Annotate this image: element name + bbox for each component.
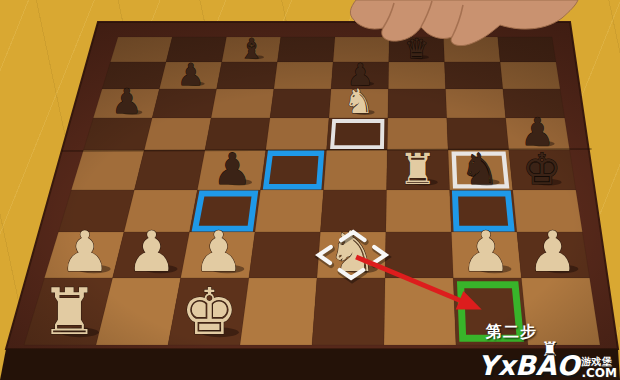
piece-white-R-a1[interactable]: ♜ [41,275,98,349]
square-d2[interactable] [249,232,321,278]
square-h7[interactable] [500,62,560,89]
piece-black-B-c8[interactable]: ♝ [239,33,263,64]
square-a5[interactable] [84,118,153,150]
chess-tutorial-screenshot: ♝♛♟♟♟♞♟♟♜♞♚♟♟♟♞♟♟♜♚ 第二步 ♜ YxBAO 游戏堡 .COM [0,0,620,380]
square-d7[interactable] [274,62,333,89]
square-a8[interactable] [110,37,172,62]
piece-white-P-b2[interactable]: ♟ [127,219,177,284]
piece-white-P-g2[interactable]: ♟ [461,219,511,284]
square-b5[interactable] [144,118,211,150]
square-e4[interactable] [324,150,388,190]
piece-black-P-c4[interactable]: ♟ [213,144,252,194]
square-b6[interactable] [152,89,216,118]
piece-white-N-e2[interactable]: ♞ [327,219,377,284]
piece-black-Q-f8[interactable]: ♛ [404,33,428,64]
watermark-brand: YxBAO [478,352,579,379]
piece-white-N-e6[interactable]: ♞ [344,81,374,121]
square-a4[interactable] [71,150,144,190]
square-c6[interactable] [211,89,274,118]
square-g6[interactable] [446,89,506,118]
watermark-domain: .COM [581,367,617,379]
square-e1[interactable] [312,278,385,345]
square-d8[interactable] [277,37,335,62]
square-f1[interactable] [384,278,456,345]
piece-black-P-a6[interactable]: ♟ [111,81,141,121]
piece-black-K-h4[interactable]: ♚ [523,144,562,194]
square-d6[interactable] [270,89,331,118]
piece-white-K-c1[interactable]: ♚ [181,275,238,349]
piece-white-P-h2[interactable]: ♟ [527,219,577,284]
square-c7[interactable] [217,62,278,89]
square-f7[interactable] [388,62,445,89]
piece-black-P-b7[interactable]: ♟ [178,57,205,92]
piece-black-N-g4[interactable]: ♞ [461,144,500,194]
square-d5[interactable] [266,118,329,150]
piece-white-P-a2[interactable]: ♟ [60,219,110,284]
watermark: ♜ YxBAO 游戏堡 .COM [478,352,617,379]
square-h8[interactable] [498,37,556,62]
square-d3[interactable] [255,190,324,232]
piece-white-R-f4[interactable]: ♜ [399,144,438,194]
piece-white-P-c2[interactable]: ♟ [193,219,243,284]
square-f3[interactable] [386,190,452,232]
step-label: 第二步 [486,322,537,343]
square-d1[interactable] [240,278,317,345]
square-b4[interactable] [134,150,205,190]
square-f6[interactable] [388,89,447,118]
square-g7[interactable] [445,62,503,89]
